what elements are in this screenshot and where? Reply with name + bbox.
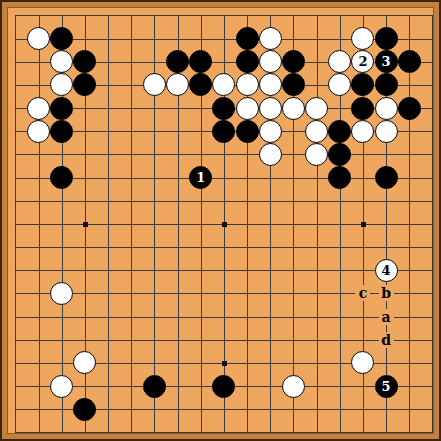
stone-black [328, 166, 351, 189]
stone-white [375, 97, 398, 120]
stone-black [50, 27, 73, 50]
stone-black [375, 27, 398, 50]
stone-white-4: 4 [375, 259, 398, 282]
star-point [361, 222, 366, 227]
stone-white [50, 50, 73, 73]
star-point [222, 361, 227, 366]
stone-black [398, 50, 421, 73]
stone-white [166, 73, 189, 96]
stone-white [328, 50, 351, 73]
stone-white [27, 120, 50, 143]
stone-white [305, 143, 328, 166]
grid-line-horizontal [15, 270, 433, 271]
stone-white [351, 120, 374, 143]
point-label-b: b [379, 285, 394, 301]
grid-line-vertical [432, 15, 433, 433]
stone-black-3: 3 [375, 50, 398, 73]
grid-line-horizontal [15, 340, 433, 341]
stone-white [282, 375, 305, 398]
stone-black [236, 50, 259, 73]
stone-white [375, 120, 398, 143]
grid-line-vertical [317, 15, 318, 433]
stone-white [27, 97, 50, 120]
star-point [83, 222, 88, 227]
stone-black [375, 73, 398, 96]
stone-black [282, 50, 305, 73]
stone-black [236, 27, 259, 50]
stone-white [50, 282, 73, 305]
stone-black [50, 97, 73, 120]
stone-black [375, 166, 398, 189]
stone-white [259, 97, 282, 120]
stone-white [259, 120, 282, 143]
stone-black [351, 97, 374, 120]
stone-black [73, 73, 96, 96]
stone-white [27, 27, 50, 50]
stone-black-1: 1 [189, 166, 212, 189]
stone-white [50, 375, 73, 398]
stone-black [73, 398, 96, 421]
grid-line-vertical [409, 15, 410, 433]
stone-white [259, 50, 282, 73]
grid-line-horizontal [15, 247, 433, 248]
grid-line-horizontal [15, 432, 433, 433]
grid-line-horizontal [15, 317, 433, 318]
stone-black [236, 120, 259, 143]
stone-white [212, 73, 235, 96]
stone-black [50, 120, 73, 143]
stone-black [189, 73, 212, 96]
stone-white [259, 73, 282, 96]
move-number: 3 [382, 55, 391, 68]
stone-white [236, 97, 259, 120]
stone-black [166, 50, 189, 73]
stone-black-5: 5 [375, 375, 398, 398]
stone-white [259, 27, 282, 50]
stone-black [328, 120, 351, 143]
stone-black [73, 50, 96, 73]
stone-white-2: 2 [351, 50, 374, 73]
stone-black [212, 97, 235, 120]
stone-black [282, 73, 305, 96]
stone-black [351, 73, 374, 96]
stone-black [212, 375, 235, 398]
move-number: 2 [358, 55, 367, 68]
go-diagram: 23145cbad [0, 0, 441, 441]
stone-white [351, 351, 374, 374]
stone-white [305, 120, 328, 143]
stone-black [50, 166, 73, 189]
stone-white [259, 143, 282, 166]
move-number: 4 [382, 264, 391, 277]
stone-black [398, 97, 421, 120]
stone-white [143, 73, 166, 96]
stone-white [351, 27, 374, 50]
stone-white [236, 73, 259, 96]
point-label-d: d [379, 332, 394, 348]
stone-white [282, 97, 305, 120]
go-board: 23145cbad [2, 2, 441, 441]
point-label-a: a [379, 309, 394, 325]
point-label-c: c [355, 285, 370, 301]
move-number: 5 [382, 380, 391, 393]
stone-white [50, 73, 73, 96]
stone-black [143, 375, 166, 398]
stone-black [212, 120, 235, 143]
stone-black [328, 143, 351, 166]
star-point [222, 222, 227, 227]
grid-line-horizontal [15, 293, 433, 294]
stone-black [189, 50, 212, 73]
stone-white [328, 73, 351, 96]
stone-white [305, 97, 328, 120]
stone-white [73, 351, 96, 374]
move-number: 1 [196, 171, 205, 184]
